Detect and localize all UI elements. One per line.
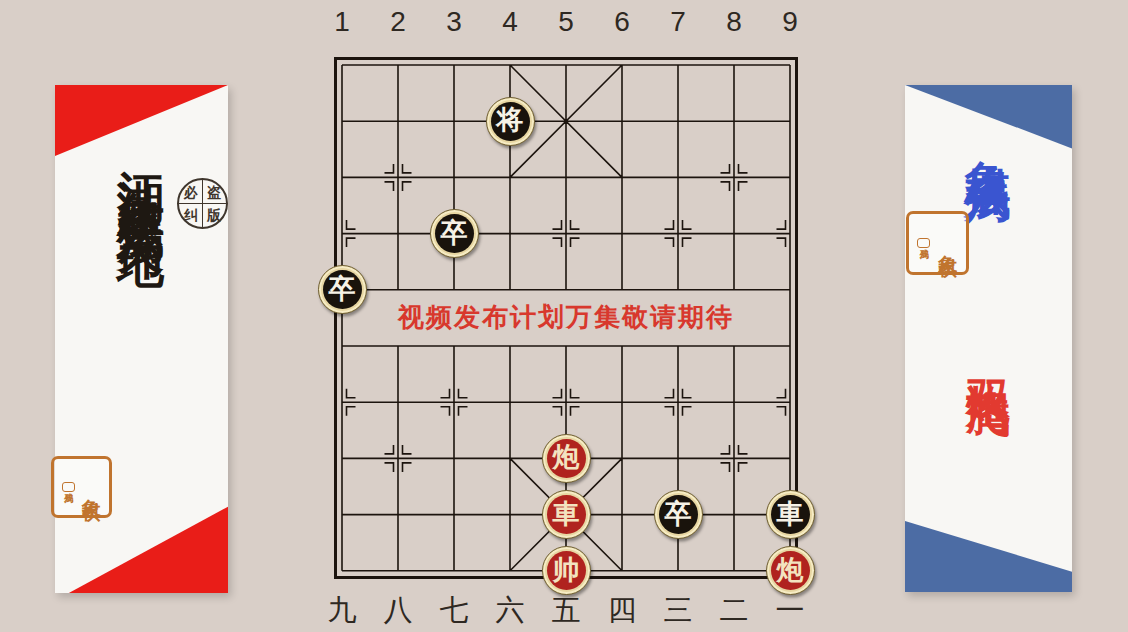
right-banner: 象棋残局 双炮腾飞 残局 象棋 bbox=[905, 85, 1072, 592]
left-banner: 江湖象棋残局天地 必 盗 纠 版 残局 象棋 bbox=[55, 85, 228, 593]
piece-red-帅[interactable]: 帅 bbox=[542, 546, 591, 595]
file-number-label: 7 bbox=[650, 4, 706, 40]
piece-red-車[interactable]: 車 bbox=[542, 490, 591, 539]
blue-ribbon-top-right bbox=[905, 85, 1072, 592]
piece-red-炮[interactable]: 炮 bbox=[542, 434, 591, 483]
seal-char: 必 bbox=[179, 180, 203, 204]
right-banner-title-top: 象棋残局 bbox=[966, 123, 1012, 151]
piece-face: 卒 bbox=[323, 270, 362, 309]
piece-face: 炮 bbox=[547, 439, 586, 478]
piece-face: 車 bbox=[771, 495, 810, 534]
piece-face: 帅 bbox=[547, 551, 586, 590]
piece-face: 車 bbox=[547, 495, 586, 534]
top-coordinates: 123456789 bbox=[314, 4, 818, 40]
pieces-grid: 将卒卒炮車卒車帅炮 bbox=[314, 37, 818, 599]
file-number-label: 4 bbox=[482, 4, 538, 40]
left-banner-title: 江湖象棋残局天地 bbox=[118, 133, 165, 213]
file-number-label: 5 bbox=[538, 4, 594, 40]
page: 123456789 视频发布计划万集敬请期待 将卒卒炮車卒車帅炮 九八七六五四三… bbox=[0, 0, 1128, 632]
piece-black-卒[interactable]: 卒 bbox=[318, 265, 367, 314]
seal-side-text: 残局 bbox=[917, 238, 930, 248]
seal-main-text: 象棋 bbox=[939, 240, 958, 246]
piece-black-将[interactable]: 将 bbox=[486, 97, 535, 146]
file-number-label: 6 bbox=[594, 4, 650, 40]
xiangqi-board[interactable]: 视频发布计划万集敬请期待 将卒卒炮車卒車帅炮 bbox=[334, 57, 798, 579]
seal-char: 盗 bbox=[203, 180, 227, 204]
seal-char: 纠 bbox=[179, 204, 203, 228]
piece-face: 卒 bbox=[435, 214, 474, 253]
xiangqi-seal-right: 残局 象棋 bbox=[906, 211, 969, 275]
piece-black-卒[interactable]: 卒 bbox=[430, 209, 479, 258]
blue-ribbon-bottom-left bbox=[905, 85, 1072, 592]
piece-face: 将 bbox=[491, 102, 530, 141]
file-number-label: 1 bbox=[314, 4, 370, 40]
piece-face: 炮 bbox=[771, 551, 810, 590]
file-number-label: 3 bbox=[426, 4, 482, 40]
piece-black-卒[interactable]: 卒 bbox=[654, 490, 703, 539]
file-number-label: 9 bbox=[762, 4, 818, 40]
seal-char: 版 bbox=[203, 204, 227, 228]
piece-black-車[interactable]: 車 bbox=[766, 490, 815, 539]
seal-main-text: 象棋 bbox=[82, 484, 101, 490]
right-banner-title-bottom: 双炮腾飞 bbox=[967, 345, 1011, 365]
seal-side-text: 残局 bbox=[62, 482, 75, 492]
piece-red-炮[interactable]: 炮 bbox=[766, 546, 815, 595]
piece-face: 卒 bbox=[659, 495, 698, 534]
file-number-label: 2 bbox=[370, 4, 426, 40]
xiangqi-seal-left: 残局 象棋 bbox=[51, 456, 112, 518]
file-number-label: 8 bbox=[706, 4, 762, 40]
anti-piracy-seal: 必 盗 纠 版 bbox=[177, 178, 228, 229]
